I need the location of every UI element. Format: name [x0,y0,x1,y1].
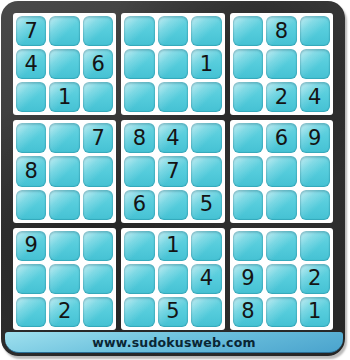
cell-r6c2[interactable] [49,190,79,220]
cell-r9c3[interactable] [83,297,113,327]
cell-r8c6[interactable]: 4 [191,264,221,294]
box-2-2: 84765 [121,120,224,222]
cell-r2c1[interactable]: 4 [16,49,46,79]
cell-r9c6[interactable] [191,297,221,327]
cell-r6c6[interactable]: 5 [191,190,221,220]
cell-r5c6[interactable] [191,156,221,186]
cell-r5c4[interactable] [124,156,154,186]
cell-r8c5[interactable] [158,264,188,294]
cell-r4c5[interactable]: 4 [158,123,188,153]
cell-r7c2[interactable] [49,231,79,261]
cell-r2c6[interactable]: 1 [191,49,221,79]
cell-r2c9[interactable] [300,49,330,79]
cell-r7c8[interactable] [266,231,296,261]
cell-r8c8[interactable] [266,264,296,294]
cell-r9c9[interactable]: 1 [300,297,330,327]
cell-r5c1[interactable]: 8 [16,156,46,186]
cell-r1c6[interactable] [191,16,221,46]
cell-r4c4[interactable]: 8 [124,123,154,153]
cell-r8c3[interactable] [83,264,113,294]
cell-r5c7[interactable] [233,156,263,186]
cell-r1c2[interactable] [49,16,79,46]
cell-r7c5[interactable]: 1 [158,231,188,261]
cell-r9c2[interactable]: 2 [49,297,79,327]
cell-r8c2[interactable] [49,264,79,294]
cell-r8c1[interactable] [16,264,46,294]
cell-r5c8[interactable] [266,156,296,186]
cell-r4c1[interactable] [16,123,46,153]
cell-r6c3[interactable] [83,190,113,220]
cell-r6c9[interactable] [300,190,330,220]
cell-r4c6[interactable] [191,123,221,153]
cell-r3c8[interactable]: 2 [266,82,296,112]
cell-r1c3[interactable] [83,16,113,46]
cell-r2c2[interactable] [49,49,79,79]
sudoku-board: 74611824788476569921459281 [13,13,333,330]
cell-r4c3[interactable]: 7 [83,123,113,153]
site-link[interactable]: www.sudokusweb.com [92,335,255,350]
cell-r4c8[interactable]: 6 [266,123,296,153]
cell-r7c7[interactable] [233,231,263,261]
cell-r8c4[interactable] [124,264,154,294]
cell-r3c1[interactable] [16,82,46,112]
cell-r8c7[interactable]: 9 [233,264,263,294]
cell-r7c4[interactable] [124,231,154,261]
cell-r7c9[interactable] [300,231,330,261]
cell-r5c5[interactable]: 7 [158,156,188,186]
cell-r2c8[interactable] [266,49,296,79]
sudoku-page: 74611824788476569921459281 www.sudokuswe… [0,0,350,360]
cell-r9c5[interactable]: 5 [158,297,188,327]
cell-r3c5[interactable] [158,82,188,112]
cell-r7c3[interactable] [83,231,113,261]
board-frame: 74611824788476569921459281 www.sudokuswe… [1,1,345,356]
cell-r4c2[interactable] [49,123,79,153]
cell-r2c7[interactable] [233,49,263,79]
cell-r4c9[interactable]: 9 [300,123,330,153]
cell-r8c9[interactable]: 2 [300,264,330,294]
cell-r2c5[interactable] [158,49,188,79]
cell-r5c2[interactable] [49,156,79,186]
cell-r1c1[interactable]: 7 [16,16,46,46]
cell-r7c1[interactable]: 9 [16,231,46,261]
cell-r1c7[interactable] [233,16,263,46]
cell-r3c2[interactable]: 1 [49,82,79,112]
box-2-1: 78 [13,120,116,222]
cell-r1c8[interactable]: 8 [266,16,296,46]
cell-r9c8[interactable] [266,297,296,327]
box-1-2: 1 [121,13,224,115]
cell-r4c7[interactable] [233,123,263,153]
footer-band: www.sudokusweb.com [5,332,343,353]
cell-r2c4[interactable] [124,49,154,79]
box-1-1: 7461 [13,13,116,115]
cell-r6c7[interactable] [233,190,263,220]
cell-r9c4[interactable] [124,297,154,327]
cell-r3c7[interactable] [233,82,263,112]
cell-r3c9[interactable]: 4 [300,82,330,112]
cell-r3c3[interactable] [83,82,113,112]
cell-r1c9[interactable] [300,16,330,46]
cell-r6c8[interactable] [266,190,296,220]
box-3-2: 145 [121,228,224,330]
cell-r5c9[interactable] [300,156,330,186]
cell-r1c5[interactable] [158,16,188,46]
cell-r6c4[interactable]: 6 [124,190,154,220]
cell-r1c4[interactable] [124,16,154,46]
cell-r9c1[interactable] [16,297,46,327]
box-1-3: 824 [230,13,333,115]
cell-r5c3[interactable] [83,156,113,186]
box-3-3: 9281 [230,228,333,330]
cell-r3c4[interactable] [124,82,154,112]
box-2-3: 69 [230,120,333,222]
cell-r2c3[interactable]: 6 [83,49,113,79]
cell-r9c7[interactable]: 8 [233,297,263,327]
cell-r7c6[interactable] [191,231,221,261]
box-3-1: 92 [13,228,116,330]
cell-r6c1[interactable] [16,190,46,220]
cell-r3c6[interactable] [191,82,221,112]
cell-r6c5[interactable] [158,190,188,220]
